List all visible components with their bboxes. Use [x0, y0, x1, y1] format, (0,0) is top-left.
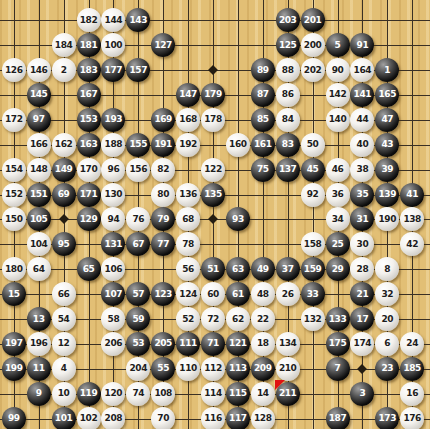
white-stone-112: 112 — [201, 357, 225, 381]
move-number: 140 — [329, 115, 347, 124]
white-stone-152: 152 — [2, 183, 26, 207]
black-stone-191: 191 — [151, 133, 175, 157]
move-number: 40 — [357, 140, 369, 149]
white-stone-106: 106 — [101, 257, 125, 281]
move-number: 178 — [204, 115, 222, 124]
move-number: 190 — [379, 215, 397, 224]
move-number: 203 — [279, 16, 297, 25]
white-stone-192: 192 — [176, 133, 200, 157]
move-number: 120 — [105, 389, 123, 398]
move-number: 66 — [58, 290, 70, 299]
move-number: 165 — [379, 90, 397, 99]
move-number: 155 — [130, 140, 148, 149]
move-number: 163 — [80, 140, 98, 149]
white-stone-146: 146 — [27, 58, 51, 82]
move-number: 99 — [8, 414, 20, 423]
black-stone-183: 183 — [77, 58, 101, 82]
move-number: 205 — [154, 339, 172, 348]
move-number: 116 — [204, 414, 222, 423]
move-number: 100 — [105, 41, 123, 50]
move-number: 113 — [229, 364, 247, 373]
move-number: 135 — [204, 190, 222, 199]
white-stone-40: 40 — [350, 133, 374, 157]
move-number: 67 — [132, 240, 144, 249]
move-number: 25 — [332, 240, 344, 249]
white-stone-202: 202 — [301, 58, 325, 82]
black-stone-101: 101 — [52, 407, 76, 429]
move-number: 70 — [157, 414, 169, 423]
move-number: 42 — [406, 240, 418, 249]
black-stone-133: 133 — [326, 307, 350, 331]
black-stone-153: 153 — [77, 108, 101, 132]
black-stone-33: 33 — [301, 282, 325, 306]
white-stone-32: 32 — [375, 282, 399, 306]
black-stone-125: 125 — [276, 33, 300, 57]
move-number: 4 — [61, 364, 67, 373]
move-number: 64 — [33, 265, 45, 274]
move-number: 199 — [5, 364, 23, 373]
white-stone-108: 108 — [151, 382, 175, 406]
move-number: 5 — [335, 41, 341, 50]
move-number: 30 — [357, 240, 369, 249]
white-stone-100: 100 — [101, 33, 125, 57]
move-number: 112 — [204, 364, 222, 373]
move-number: 181 — [80, 41, 98, 50]
black-stone-205: 205 — [151, 332, 175, 356]
white-stone-16: 16 — [400, 382, 424, 406]
move-number: 151 — [30, 190, 48, 199]
black-stone-7: 7 — [326, 357, 350, 381]
black-stone-185: 185 — [400, 357, 424, 381]
white-stone-46: 46 — [326, 158, 350, 182]
move-number: 79 — [157, 215, 169, 224]
black-stone-113: 113 — [226, 357, 250, 381]
black-stone-65: 65 — [77, 257, 101, 281]
white-stone-90: 90 — [326, 58, 350, 82]
black-stone-31: 31 — [350, 207, 374, 231]
black-stone-179: 179 — [201, 83, 225, 107]
black-stone-159: 159 — [301, 257, 325, 281]
white-stone-6: 6 — [375, 332, 399, 356]
move-number: 31 — [357, 215, 369, 224]
move-number: 201 — [304, 16, 322, 25]
black-stone-193: 193 — [101, 108, 125, 132]
white-stone-50: 50 — [301, 133, 325, 157]
white-stone-80: 80 — [151, 183, 175, 207]
black-stone-199: 199 — [2, 357, 26, 381]
white-stone-156: 156 — [126, 158, 150, 182]
white-stone-12: 12 — [52, 332, 76, 356]
black-stone-155: 155 — [126, 133, 150, 157]
move-number: 210 — [279, 364, 297, 373]
move-number: 197 — [5, 339, 23, 348]
white-stone-96: 96 — [101, 158, 125, 182]
white-stone-200: 200 — [301, 33, 325, 57]
white-stone-126: 126 — [2, 58, 26, 82]
move-number: 156 — [130, 165, 148, 174]
white-stone-176: 176 — [400, 407, 424, 429]
white-stone-210: 210 — [276, 357, 300, 381]
white-stone-24: 24 — [400, 332, 424, 356]
black-stone-23: 23 — [375, 357, 399, 381]
white-stone-148: 148 — [27, 158, 51, 182]
white-stone-76: 76 — [126, 207, 150, 231]
move-number: 141 — [354, 90, 372, 99]
move-number: 105 — [30, 215, 48, 224]
white-stone-54: 54 — [52, 307, 76, 331]
black-stone-129: 129 — [77, 207, 101, 231]
white-stone-102: 102 — [77, 407, 101, 429]
move-number: 90 — [332, 66, 344, 75]
black-stone-69: 69 — [52, 183, 76, 207]
black-stone-117: 117 — [226, 407, 250, 429]
black-stone-71: 71 — [201, 332, 225, 356]
move-number: 167 — [80, 90, 98, 99]
black-stone-203: 203 — [276, 8, 300, 32]
black-stone-135: 135 — [201, 183, 225, 207]
white-stone-180: 180 — [2, 257, 26, 281]
black-stone-95: 95 — [52, 232, 76, 256]
move-number: 63 — [232, 265, 244, 274]
move-number: 13 — [33, 315, 45, 324]
move-number: 150 — [5, 215, 23, 224]
white-stone-140: 140 — [326, 108, 350, 132]
black-stone-175: 175 — [326, 332, 350, 356]
move-number: 62 — [232, 315, 244, 324]
white-stone-94: 94 — [101, 207, 125, 231]
move-number: 7 — [335, 364, 341, 373]
move-number: 204 — [130, 364, 148, 373]
move-number: 78 — [182, 240, 194, 249]
move-number: 152 — [5, 190, 23, 199]
move-number: 34 — [332, 215, 344, 224]
move-number: 142 — [329, 90, 347, 99]
white-stone-88: 88 — [276, 58, 300, 82]
white-stone-172: 172 — [2, 108, 26, 132]
move-number: 82 — [157, 165, 169, 174]
white-stone-110: 110 — [176, 357, 200, 381]
black-stone-21: 21 — [350, 282, 374, 306]
move-number: 22 — [257, 315, 269, 324]
move-number: 36 — [332, 190, 344, 199]
move-number: 39 — [381, 165, 393, 174]
white-stone-164: 164 — [350, 58, 374, 82]
move-number: 59 — [132, 315, 144, 324]
move-number: 29 — [332, 265, 344, 274]
black-stone-55: 55 — [151, 357, 175, 381]
go-board[interactable]: 1821441432032011841811001271252005911261… — [0, 0, 430, 429]
move-number: 162 — [55, 140, 73, 149]
move-number: 93 — [232, 215, 244, 224]
move-number: 46 — [332, 165, 344, 174]
white-stone-122: 122 — [201, 158, 225, 182]
move-number: 171 — [80, 190, 98, 199]
move-number: 38 — [357, 165, 369, 174]
white-stone-38: 38 — [350, 158, 374, 182]
move-number: 56 — [182, 265, 194, 274]
move-number: 168 — [179, 115, 197, 124]
black-stone-167: 167 — [77, 83, 101, 107]
move-number: 196 — [30, 339, 48, 348]
move-number: 44 — [357, 115, 369, 124]
white-stone-72: 72 — [201, 307, 225, 331]
move-number: 137 — [279, 165, 297, 174]
move-number: 114 — [204, 389, 222, 398]
move-number: 127 — [154, 41, 172, 50]
move-number: 77 — [157, 240, 169, 249]
black-stone-169: 169 — [151, 108, 175, 132]
move-number: 153 — [80, 115, 98, 124]
move-number: 47 — [381, 115, 393, 124]
black-stone-145: 145 — [27, 83, 51, 107]
move-number: 206 — [105, 339, 123, 348]
black-stone-11: 11 — [27, 357, 51, 381]
move-number: 58 — [108, 315, 120, 324]
move-number: 89 — [257, 66, 269, 75]
black-stone-111: 111 — [176, 332, 200, 356]
black-stone-39: 39 — [375, 158, 399, 182]
white-stone-188: 188 — [101, 133, 125, 157]
black-stone-59: 59 — [126, 307, 150, 331]
black-stone-15: 15 — [2, 282, 26, 306]
move-number: 173 — [379, 414, 397, 423]
black-stone-75: 75 — [251, 158, 275, 182]
move-number: 182 — [80, 16, 98, 25]
move-number: 60 — [207, 290, 219, 299]
move-number: 123 — [154, 290, 172, 299]
white-stone-182: 182 — [77, 8, 101, 32]
black-stone-161: 161 — [251, 133, 275, 157]
move-number: 88 — [282, 66, 294, 75]
black-stone-37: 37 — [276, 257, 300, 281]
move-number: 32 — [381, 290, 393, 299]
white-stone-74: 74 — [126, 382, 150, 406]
move-number: 65 — [83, 265, 95, 274]
move-number: 16 — [406, 389, 418, 398]
white-stone-150: 150 — [2, 207, 26, 231]
move-number: 125 — [279, 41, 297, 50]
move-number: 177 — [105, 66, 123, 75]
move-number: 131 — [105, 240, 123, 249]
black-stone-43: 43 — [375, 133, 399, 157]
black-stone-147: 147 — [176, 83, 200, 107]
black-stone-5: 5 — [326, 33, 350, 57]
white-stone-208: 208 — [101, 407, 125, 429]
white-stone-34: 34 — [326, 207, 350, 231]
black-stone-1: 1 — [375, 58, 399, 82]
black-stone-47: 47 — [375, 108, 399, 132]
black-stone-85: 85 — [251, 108, 275, 132]
move-number: 143 — [130, 16, 148, 25]
move-number: 185 — [403, 364, 421, 373]
white-stone-44: 44 — [350, 108, 374, 132]
black-stone-67: 67 — [126, 232, 150, 256]
black-stone-87: 87 — [251, 83, 275, 107]
white-stone-36: 36 — [326, 183, 350, 207]
black-stone-127: 127 — [151, 33, 175, 57]
move-number: 35 — [357, 190, 369, 199]
white-stone-86: 86 — [276, 83, 300, 107]
white-stone-144: 144 — [101, 8, 125, 32]
move-number: 28 — [357, 265, 369, 274]
black-stone-97: 97 — [27, 108, 51, 132]
move-number: 12 — [58, 339, 70, 348]
move-number: 176 — [403, 414, 421, 423]
black-stone-123: 123 — [151, 282, 175, 306]
move-number: 18 — [257, 339, 269, 348]
move-number: 50 — [307, 140, 319, 149]
move-number: 211 — [279, 389, 297, 398]
move-number: 149 — [55, 165, 73, 174]
black-stone-141: 141 — [350, 83, 374, 107]
move-number: 87 — [257, 90, 269, 99]
black-stone-177: 177 — [101, 58, 125, 82]
move-number: 92 — [307, 190, 319, 199]
move-number: 57 — [132, 290, 144, 299]
white-stone-26: 26 — [276, 282, 300, 306]
move-number: 147 — [179, 90, 197, 99]
move-number: 68 — [182, 215, 194, 224]
move-number: 1 — [384, 66, 390, 75]
move-number: 24 — [406, 339, 418, 348]
white-stone-142: 142 — [326, 83, 350, 107]
white-stone-62: 62 — [226, 307, 250, 331]
move-number: 102 — [80, 414, 98, 423]
white-stone-116: 116 — [201, 407, 225, 429]
move-number: 37 — [282, 265, 294, 274]
black-stone-187: 187 — [326, 407, 350, 429]
move-number: 132 — [304, 315, 322, 324]
move-number: 145 — [30, 90, 48, 99]
move-number: 106 — [105, 265, 123, 274]
white-stone-66: 66 — [52, 282, 76, 306]
white-stone-78: 78 — [176, 232, 200, 256]
black-stone-151: 151 — [27, 183, 51, 207]
black-stone-149: 149 — [52, 158, 76, 182]
move-number: 157 — [130, 66, 148, 75]
white-stone-10: 10 — [52, 382, 76, 406]
black-stone-211: 211 — [276, 382, 300, 406]
white-stone-160: 160 — [226, 133, 250, 157]
move-number: 158 — [304, 240, 322, 249]
move-number: 85 — [257, 115, 269, 124]
white-stone-130: 130 — [101, 183, 125, 207]
black-stone-51: 51 — [201, 257, 225, 281]
white-stone-168: 168 — [176, 108, 200, 132]
white-stone-128: 128 — [251, 407, 275, 429]
move-number: 164 — [354, 66, 372, 75]
move-number: 180 — [5, 265, 23, 274]
move-number: 14 — [257, 389, 269, 398]
move-number: 84 — [282, 115, 294, 124]
white-stone-14: 14 — [251, 382, 275, 406]
move-number: 179 — [204, 90, 222, 99]
white-stone-174: 174 — [350, 332, 374, 356]
move-number: 26 — [282, 290, 294, 299]
white-stone-4: 4 — [52, 357, 76, 381]
move-number: 96 — [108, 165, 120, 174]
move-number: 192 — [179, 140, 197, 149]
black-stone-9: 9 — [27, 382, 51, 406]
white-stone-104: 104 — [27, 232, 51, 256]
white-stone-52: 52 — [176, 307, 200, 331]
move-number: 94 — [108, 215, 120, 224]
move-number: 121 — [229, 339, 247, 348]
black-stone-35: 35 — [350, 183, 374, 207]
move-number: 71 — [207, 339, 219, 348]
white-stone-178: 178 — [201, 108, 225, 132]
move-number: 48 — [257, 290, 269, 299]
move-number: 115 — [229, 389, 247, 398]
black-stone-197: 197 — [2, 332, 26, 356]
black-stone-77: 77 — [151, 232, 175, 256]
white-stone-84: 84 — [276, 108, 300, 132]
move-number: 209 — [254, 364, 272, 373]
white-stone-18: 18 — [251, 332, 275, 356]
black-stone-93: 93 — [226, 207, 250, 231]
move-number: 74 — [132, 389, 144, 398]
black-stone-83: 83 — [276, 133, 300, 157]
white-stone-206: 206 — [101, 332, 125, 356]
white-stone-22: 22 — [251, 307, 275, 331]
black-stone-49: 49 — [251, 257, 275, 281]
move-number: 61 — [232, 290, 244, 299]
black-stone-17: 17 — [350, 307, 374, 331]
black-stone-41: 41 — [400, 183, 424, 207]
black-stone-171: 171 — [77, 183, 101, 207]
move-number: 76 — [132, 215, 144, 224]
black-stone-107: 107 — [101, 282, 125, 306]
move-number: 86 — [282, 90, 294, 99]
move-number: 122 — [204, 165, 222, 174]
white-stone-138: 138 — [400, 207, 424, 231]
move-number: 69 — [58, 190, 70, 199]
black-stone-45: 45 — [301, 158, 325, 182]
black-stone-131: 131 — [101, 232, 125, 256]
black-stone-25: 25 — [326, 232, 350, 256]
move-number: 101 — [55, 414, 73, 423]
move-number: 208 — [105, 414, 123, 423]
black-stone-165: 165 — [375, 83, 399, 107]
move-number: 134 — [279, 339, 297, 348]
white-stone-82: 82 — [151, 158, 175, 182]
move-number: 23 — [381, 364, 393, 373]
move-number: 91 — [357, 41, 369, 50]
move-number: 33 — [307, 290, 319, 299]
black-stone-13: 13 — [27, 307, 51, 331]
move-number: 107 — [105, 290, 123, 299]
white-stone-60: 60 — [201, 282, 225, 306]
move-number: 20 — [381, 315, 393, 324]
move-number: 187 — [329, 414, 347, 423]
move-number: 184 — [55, 41, 73, 50]
black-stone-57: 57 — [126, 282, 150, 306]
black-stone-99: 99 — [2, 407, 26, 429]
move-number: 169 — [154, 115, 172, 124]
move-number: 200 — [304, 41, 322, 50]
move-number: 129 — [80, 215, 98, 224]
move-number: 43 — [381, 140, 393, 149]
move-number: 161 — [254, 140, 272, 149]
move-number: 9 — [36, 389, 42, 398]
move-number: 17 — [357, 315, 369, 324]
white-stone-70: 70 — [151, 407, 175, 429]
white-stone-58: 58 — [101, 307, 125, 331]
black-stone-61: 61 — [226, 282, 250, 306]
move-number: 159 — [304, 265, 322, 274]
move-number: 49 — [257, 265, 269, 274]
move-number: 11 — [33, 364, 45, 373]
